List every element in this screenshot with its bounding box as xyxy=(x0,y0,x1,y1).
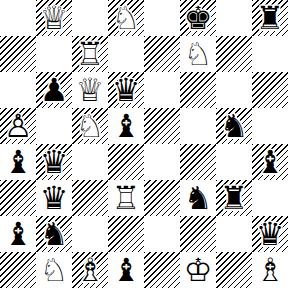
square-a4[interactable]: ♝♝ xyxy=(0,144,36,180)
square-d1[interactable]: ♝♝ xyxy=(108,252,144,288)
square-b3[interactable]: ♛♛ xyxy=(36,180,72,216)
square-f3[interactable]: ♞♞ xyxy=(180,180,216,216)
square-d4[interactable] xyxy=(108,144,144,180)
square-c5[interactable]: ♞♘ xyxy=(72,108,108,144)
square-f7[interactable]: ♞♘ xyxy=(180,36,216,72)
square-f6[interactable] xyxy=(180,72,216,108)
black-bishop: ♝ xyxy=(0,216,36,252)
black-king: ♚ xyxy=(180,0,216,36)
black-bishop: ♝ xyxy=(108,108,144,144)
black-knight: ♞ xyxy=(36,216,72,252)
square-b2[interactable]: ♞♞ xyxy=(36,216,72,252)
black-knight: ♞ xyxy=(180,180,216,216)
square-b6[interactable]: ♟♟ xyxy=(36,72,72,108)
square-g1[interactable] xyxy=(216,252,252,288)
black-queen: ♛ xyxy=(36,144,72,180)
black-pawn: ♟ xyxy=(36,72,72,108)
black-queen: ♛ xyxy=(108,72,144,108)
square-b8[interactable]: ♛♕ xyxy=(36,0,72,36)
square-d6[interactable]: ♛♛ xyxy=(108,72,144,108)
square-h2[interactable]: ♛♛ xyxy=(252,216,288,252)
square-e5[interactable] xyxy=(144,108,180,144)
square-h4[interactable]: ♝♝ xyxy=(252,144,288,180)
square-g7[interactable] xyxy=(216,36,252,72)
square-g6[interactable] xyxy=(216,72,252,108)
square-e4[interactable] xyxy=(144,144,180,180)
square-c1[interactable]: ♝♗ xyxy=(72,252,108,288)
white-queen: ♕ xyxy=(72,72,108,108)
square-f5[interactable] xyxy=(180,108,216,144)
white-bishop: ♗ xyxy=(252,252,288,288)
black-rook: ♜ xyxy=(252,0,288,36)
square-e1[interactable] xyxy=(144,252,180,288)
square-d5[interactable]: ♝♝ xyxy=(108,108,144,144)
square-f1[interactable]: ♚♔ xyxy=(180,252,216,288)
square-b7[interactable] xyxy=(36,36,72,72)
square-a3[interactable] xyxy=(0,180,36,216)
white-rook: ♖ xyxy=(108,180,144,216)
black-rook: ♜ xyxy=(216,180,252,216)
black-bishop: ♝ xyxy=(0,144,36,180)
square-c8[interactable] xyxy=(72,0,108,36)
square-c4[interactable] xyxy=(72,144,108,180)
square-b1[interactable]: ♞♘ xyxy=(36,252,72,288)
square-g8[interactable] xyxy=(216,0,252,36)
square-h5[interactable] xyxy=(252,108,288,144)
square-g4[interactable] xyxy=(216,144,252,180)
square-f2[interactable] xyxy=(180,216,216,252)
square-a1[interactable] xyxy=(0,252,36,288)
white-knight: ♘ xyxy=(180,36,216,72)
square-a2[interactable]: ♝♝ xyxy=(0,216,36,252)
square-h1[interactable]: ♝♗ xyxy=(252,252,288,288)
square-f8[interactable]: ♚♚ xyxy=(180,0,216,36)
square-a8[interactable] xyxy=(0,0,36,36)
square-d2[interactable] xyxy=(108,216,144,252)
square-c2[interactable] xyxy=(72,216,108,252)
white-knight: ♘ xyxy=(108,0,144,36)
square-h7[interactable] xyxy=(252,36,288,72)
square-h8[interactable]: ♜♜ xyxy=(252,0,288,36)
white-rook: ♖ xyxy=(72,36,108,72)
white-knight: ♘ xyxy=(72,108,108,144)
square-e3[interactable] xyxy=(144,180,180,216)
square-a6[interactable] xyxy=(0,72,36,108)
square-f4[interactable] xyxy=(180,144,216,180)
white-queen: ♕ xyxy=(36,0,72,36)
chess-board: ♛♕♞♘♚♚♜♜♜♖♞♘♟♟♛♕♛♛♟♙♞♘♝♝♞♞♝♝♛♛♝♝♛♛♜♖♞♞♜♜… xyxy=(0,0,288,288)
square-e8[interactable] xyxy=(144,0,180,36)
black-knight: ♞ xyxy=(216,108,252,144)
white-king: ♔ xyxy=(180,252,216,288)
square-e2[interactable] xyxy=(144,216,180,252)
square-g2[interactable] xyxy=(216,216,252,252)
square-h6[interactable] xyxy=(252,72,288,108)
square-a5[interactable]: ♟♙ xyxy=(0,108,36,144)
square-g5[interactable]: ♞♞ xyxy=(216,108,252,144)
black-bishop: ♝ xyxy=(108,252,144,288)
black-queen: ♛ xyxy=(36,180,72,216)
white-bishop: ♗ xyxy=(72,252,108,288)
black-queen: ♛ xyxy=(252,216,288,252)
square-d8[interactable]: ♞♘ xyxy=(108,0,144,36)
square-b4[interactable]: ♛♛ xyxy=(36,144,72,180)
square-c6[interactable]: ♛♕ xyxy=(72,72,108,108)
black-bishop: ♝ xyxy=(252,144,288,180)
square-d3[interactable]: ♜♖ xyxy=(108,180,144,216)
square-a7[interactable] xyxy=(0,36,36,72)
square-h3[interactable] xyxy=(252,180,288,216)
square-c3[interactable] xyxy=(72,180,108,216)
square-e7[interactable] xyxy=(144,36,180,72)
square-c7[interactable]: ♜♖ xyxy=(72,36,108,72)
white-knight: ♘ xyxy=(36,252,72,288)
white-pawn: ♙ xyxy=(0,108,36,144)
square-g3[interactable]: ♜♜ xyxy=(216,180,252,216)
square-d7[interactable] xyxy=(108,36,144,72)
square-e6[interactable] xyxy=(144,72,180,108)
square-b5[interactable] xyxy=(36,108,72,144)
